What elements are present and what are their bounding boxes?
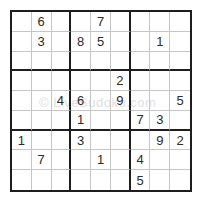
cell-r9c8[interactable] [150, 170, 170, 190]
cell-r2c2[interactable]: 3 [32, 32, 52, 52]
sudoku-board: © LiveSudoku.com 6738512469517313927145 [10, 10, 192, 192]
cell-r8c1[interactable] [12, 150, 32, 170]
cell-r4c7[interactable] [131, 71, 151, 91]
cell-r9c9[interactable] [170, 170, 190, 190]
cell-r6c9[interactable] [170, 111, 190, 131]
cell-r4c3[interactable] [52, 71, 72, 91]
cell-r7c9[interactable]: 2 [170, 131, 190, 151]
cell-r5c8[interactable] [150, 91, 170, 111]
cell-r6c5[interactable] [91, 111, 111, 131]
cell-r8c3[interactable] [52, 150, 72, 170]
cell-r9c5[interactable] [91, 170, 111, 190]
cell-r8c7[interactable]: 4 [131, 150, 151, 170]
cell-r5c3[interactable]: 4 [52, 91, 72, 111]
cell-r7c6[interactable] [111, 131, 131, 151]
cell-r3c1[interactable] [12, 52, 32, 72]
cell-r7c2[interactable] [32, 131, 52, 151]
cell-r3c2[interactable] [32, 52, 52, 72]
cell-r8c9[interactable] [170, 150, 190, 170]
cell-r2c5[interactable]: 5 [91, 32, 111, 52]
cell-r4c2[interactable] [32, 71, 52, 91]
cell-r3c4[interactable] [71, 52, 91, 72]
cell-r8c8[interactable] [150, 150, 170, 170]
sudoku-grid: 6738512469517313927145 [12, 12, 190, 190]
cell-r6c6[interactable] [111, 111, 131, 131]
cell-r8c5[interactable]: 1 [91, 150, 111, 170]
cell-r1c1[interactable] [12, 12, 32, 32]
cell-r3c3[interactable] [52, 52, 72, 72]
cell-r2c9[interactable] [170, 32, 190, 52]
cell-r5c7[interactable] [131, 91, 151, 111]
cell-r3c5[interactable] [91, 52, 111, 72]
cell-r2c6[interactable] [111, 32, 131, 52]
cell-r3c6[interactable] [111, 52, 131, 72]
cell-r7c8[interactable]: 9 [150, 131, 170, 151]
cell-r9c4[interactable] [71, 170, 91, 190]
cell-r1c4[interactable] [71, 12, 91, 32]
cell-r6c3[interactable] [52, 111, 72, 131]
cell-r4c5[interactable] [91, 71, 111, 91]
cell-r5c6[interactable]: 9 [111, 91, 131, 111]
cell-r8c2[interactable]: 7 [32, 150, 52, 170]
cell-r2c4[interactable]: 8 [71, 32, 91, 52]
cell-r8c6[interactable] [111, 150, 131, 170]
cell-r6c1[interactable] [12, 111, 32, 131]
cell-r4c4[interactable] [71, 71, 91, 91]
cell-r1c8[interactable] [150, 12, 170, 32]
cell-r4c9[interactable] [170, 71, 190, 91]
cell-r4c6[interactable]: 2 [111, 71, 131, 91]
cell-r1c9[interactable] [170, 12, 190, 32]
cell-r7c1[interactable]: 1 [12, 131, 32, 151]
cell-r1c5[interactable]: 7 [91, 12, 111, 32]
cell-r5c2[interactable] [32, 91, 52, 111]
cell-r2c3[interactable] [52, 32, 72, 52]
cell-r6c7[interactable]: 7 [131, 111, 151, 131]
cell-r5c4[interactable]: 6 [71, 91, 91, 111]
cell-r4c1[interactable] [12, 71, 32, 91]
cell-r4c8[interactable] [150, 71, 170, 91]
cell-r3c9[interactable] [170, 52, 190, 72]
cell-r9c6[interactable] [111, 170, 131, 190]
cell-r5c9[interactable]: 5 [170, 91, 190, 111]
cell-r7c5[interactable] [91, 131, 111, 151]
cell-r7c7[interactable] [131, 131, 151, 151]
cell-r2c1[interactable] [12, 32, 32, 52]
cell-r9c7[interactable]: 5 [131, 170, 151, 190]
cell-r6c4[interactable]: 1 [71, 111, 91, 131]
cell-r1c6[interactable] [111, 12, 131, 32]
cell-r1c3[interactable] [52, 12, 72, 32]
cell-r6c8[interactable]: 3 [150, 111, 170, 131]
cell-r5c5[interactable] [91, 91, 111, 111]
cell-r2c7[interactable] [131, 32, 151, 52]
cell-r8c4[interactable] [71, 150, 91, 170]
cell-r3c7[interactable] [131, 52, 151, 72]
cell-r1c7[interactable] [131, 12, 151, 32]
cell-r1c2[interactable]: 6 [32, 12, 52, 32]
cell-r9c2[interactable] [32, 170, 52, 190]
cell-r7c3[interactable] [52, 131, 72, 151]
cell-r9c1[interactable] [12, 170, 32, 190]
cell-r9c3[interactable] [52, 170, 72, 190]
cell-r2c8[interactable]: 1 [150, 32, 170, 52]
cell-r5c1[interactable] [12, 91, 32, 111]
cell-r6c2[interactable] [32, 111, 52, 131]
cell-r3c8[interactable] [150, 52, 170, 72]
cell-r7c4[interactable]: 3 [71, 131, 91, 151]
